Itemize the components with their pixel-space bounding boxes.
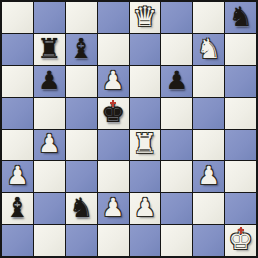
square-d2[interactable]: ♟ <box>98 193 129 224</box>
black-knight[interactable]: ♞ <box>228 3 252 30</box>
black-rook[interactable]: ♜ <box>37 35 61 62</box>
square-e6[interactable] <box>130 66 161 97</box>
square-b4[interactable]: ♟ <box>34 130 65 161</box>
square-g4[interactable] <box>193 130 224 161</box>
square-a7[interactable] <box>2 34 33 65</box>
black-bishop[interactable]: ♝ <box>69 35 93 62</box>
white-pawn[interactable]: ♟ <box>102 68 124 93</box>
square-b8[interactable] <box>34 2 65 33</box>
square-a4[interactable] <box>2 130 33 161</box>
square-c2[interactable]: ♞ <box>66 193 97 224</box>
square-e2[interactable]: ♟ <box>130 193 161 224</box>
square-c6[interactable] <box>66 66 97 97</box>
white-pawn[interactable]: ♟ <box>197 163 219 188</box>
square-h1[interactable]: ♚ <box>225 225 256 256</box>
square-c1[interactable] <box>66 225 97 256</box>
square-g6[interactable] <box>193 66 224 97</box>
square-d3[interactable] <box>98 161 129 192</box>
square-g1[interactable] <box>193 225 224 256</box>
black-pawn[interactable]: ♟ <box>166 68 188 93</box>
square-h7[interactable] <box>225 34 256 65</box>
square-b1[interactable] <box>34 225 65 256</box>
square-e1[interactable] <box>130 225 161 256</box>
square-f5[interactable] <box>161 98 192 129</box>
white-knight[interactable]: ♞ <box>197 35 221 62</box>
white-pawn[interactable]: ♟ <box>6 163 28 188</box>
square-f8[interactable] <box>161 2 192 33</box>
square-b6[interactable]: ♟ <box>34 66 65 97</box>
square-e3[interactable] <box>130 161 161 192</box>
square-d1[interactable] <box>98 225 129 256</box>
white-pawn[interactable]: ♟ <box>38 131 60 156</box>
square-f4[interactable] <box>161 130 192 161</box>
square-a8[interactable] <box>2 2 33 33</box>
square-c3[interactable] <box>66 161 97 192</box>
square-h2[interactable] <box>225 193 256 224</box>
square-b7[interactable]: ♜ <box>34 34 65 65</box>
square-h4[interactable] <box>225 130 256 161</box>
square-f7[interactable] <box>161 34 192 65</box>
square-f6[interactable]: ♟ <box>161 66 192 97</box>
square-c4[interactable] <box>66 130 97 161</box>
square-e8[interactable]: ♛ <box>130 2 161 33</box>
square-a6[interactable] <box>2 66 33 97</box>
square-d4[interactable] <box>98 130 129 161</box>
square-c7[interactable]: ♝ <box>66 34 97 65</box>
square-b5[interactable] <box>34 98 65 129</box>
square-f3[interactable] <box>161 161 192 192</box>
square-e4[interactable]: ♜ <box>130 130 161 161</box>
white-pawn[interactable]: ♟ <box>102 195 124 220</box>
square-b2[interactable] <box>34 193 65 224</box>
square-h6[interactable] <box>225 66 256 97</box>
square-d6[interactable]: ♟ <box>98 66 129 97</box>
white-king[interactable]: ♚ <box>228 226 252 253</box>
square-a5[interactable] <box>2 98 33 129</box>
square-e7[interactable] <box>130 34 161 65</box>
white-queen[interactable]: ♛ <box>133 3 157 30</box>
square-g2[interactable] <box>193 193 224 224</box>
black-bishop[interactable]: ♝ <box>5 194 29 221</box>
square-d8[interactable] <box>98 2 129 33</box>
square-b3[interactable] <box>34 161 65 192</box>
square-g5[interactable] <box>193 98 224 129</box>
square-d5[interactable]: ♚ <box>98 98 129 129</box>
square-c8[interactable] <box>66 2 97 33</box>
square-h3[interactable] <box>225 161 256 192</box>
chess-board: ♛♞♜♝♞♟♟♟♚♟♜♟♟♝♞♟♟♚ <box>0 0 258 258</box>
square-f2[interactable] <box>161 193 192 224</box>
square-h5[interactable] <box>225 98 256 129</box>
black-king[interactable]: ♚ <box>101 99 125 126</box>
square-a2[interactable]: ♝ <box>2 193 33 224</box>
square-f1[interactable] <box>161 225 192 256</box>
black-knight[interactable]: ♞ <box>69 194 93 221</box>
square-h8[interactable]: ♞ <box>225 2 256 33</box>
square-g7[interactable]: ♞ <box>193 34 224 65</box>
white-pawn[interactable]: ♟ <box>134 195 156 220</box>
square-a3[interactable]: ♟ <box>2 161 33 192</box>
square-a1[interactable] <box>2 225 33 256</box>
square-d7[interactable] <box>98 34 129 65</box>
white-rook[interactable]: ♜ <box>133 130 157 157</box>
square-e5[interactable] <box>130 98 161 129</box>
square-g3[interactable]: ♟ <box>193 161 224 192</box>
square-g8[interactable] <box>193 2 224 33</box>
black-pawn[interactable]: ♟ <box>38 68 60 93</box>
square-c5[interactable] <box>66 98 97 129</box>
